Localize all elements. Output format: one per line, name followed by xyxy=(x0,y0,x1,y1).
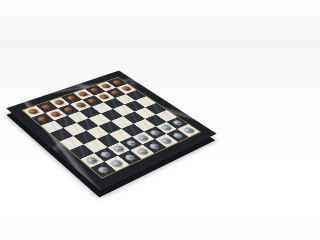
square-a7: ♟ xyxy=(32,113,54,125)
product-photo: ♜♞♝♛♚♝♞♜♟♟♟♟♟♟♟♟♟♟♟♟♟♟♟♟♜♞♝♛♚♝♞♜ xyxy=(0,0,222,222)
board-frame: ♜♞♝♛♚♝♞♜♟♟♟♟♟♟♟♟♟♟♟♟♟♟♟♟♜♞♝♛♚♝♞♜ xyxy=(6,71,217,191)
board-grid: ♜♞♝♛♚♝♞♜♟♟♟♟♟♟♟♟♟♟♟♟♟♟♟♟♜♞♝♛♚♝♞♜ xyxy=(22,77,202,179)
square-a1: ♜ xyxy=(91,162,116,178)
chess-board: ♜♞♝♛♚♝♞♜♟♟♟♟♟♟♟♟♟♟♟♟♟♟♟♟♜♞♝♛♚♝♞♜ xyxy=(6,71,217,191)
